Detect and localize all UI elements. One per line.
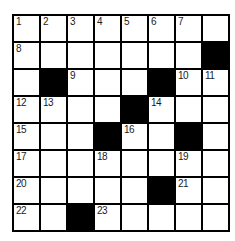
black-cell-r4c5 [122, 97, 147, 122]
cell-r7c8[interactable] [203, 178, 228, 203]
cell-r1c8[interactable] [203, 16, 228, 41]
cell-r6c1[interactable]: 17 [14, 151, 39, 176]
cell-r5c6[interactable] [149, 124, 174, 149]
cell-r6c3[interactable] [68, 151, 93, 176]
cell-r7c7[interactable]: 21 [176, 178, 201, 203]
cell-r7c2[interactable] [41, 178, 66, 203]
clue-number: 9 [70, 71, 75, 81]
crossword-board: 1234567891011121314151617181920212223 [12, 14, 230, 232]
clue-number: 16 [124, 125, 134, 135]
clue-number: 23 [97, 206, 107, 216]
cell-r3c3[interactable]: 9 [68, 70, 93, 95]
cell-r4c7[interactable] [176, 97, 201, 122]
cell-r8c5[interactable] [122, 205, 147, 230]
cell-r7c4[interactable] [95, 178, 120, 203]
black-cell-r2c8 [203, 43, 228, 68]
clue-number: 13 [43, 98, 53, 108]
clue-number: 17 [16, 152, 26, 162]
black-cell-r7c6 [149, 178, 174, 203]
cell-r3c7[interactable]: 10 [176, 70, 201, 95]
cell-r1c3[interactable]: 3 [68, 16, 93, 41]
cell-r4c3[interactable] [68, 97, 93, 122]
black-cell-r3c6 [149, 70, 174, 95]
cell-r4c1[interactable]: 12 [14, 97, 39, 122]
cell-r2c5[interactable] [122, 43, 147, 68]
cell-r3c1[interactable] [14, 70, 39, 95]
cell-r8c2[interactable] [41, 205, 66, 230]
cell-r8c1[interactable]: 22 [14, 205, 39, 230]
cell-r8c4[interactable]: 23 [95, 205, 120, 230]
cell-r4c2[interactable]: 13 [41, 97, 66, 122]
cell-r7c1[interactable]: 20 [14, 178, 39, 203]
clue-number: 19 [178, 152, 188, 162]
clue-number: 1 [16, 17, 21, 27]
black-cell-r5c4 [95, 124, 120, 149]
clue-number: 22 [16, 206, 26, 216]
cell-r1c5[interactable]: 5 [122, 16, 147, 41]
cell-r2c2[interactable] [41, 43, 66, 68]
cell-r1c4[interactable]: 4 [95, 16, 120, 41]
cell-r8c7[interactable] [176, 205, 201, 230]
cell-r6c2[interactable] [41, 151, 66, 176]
cell-r5c2[interactable] [41, 124, 66, 149]
cell-r4c4[interactable] [95, 97, 120, 122]
cell-r1c7[interactable]: 7 [176, 16, 201, 41]
clue-number: 4 [97, 17, 102, 27]
clue-number: 3 [70, 17, 75, 27]
clue-number: 15 [16, 125, 26, 135]
cell-r1c6[interactable]: 6 [149, 16, 174, 41]
cell-r6c7[interactable]: 19 [176, 151, 201, 176]
cell-r3c5[interactable] [122, 70, 147, 95]
cell-r2c7[interactable] [176, 43, 201, 68]
cell-r2c6[interactable] [149, 43, 174, 68]
cell-r4c8[interactable] [203, 97, 228, 122]
clue-number: 6 [151, 17, 156, 27]
clue-number: 21 [178, 179, 188, 189]
cell-r6c4[interactable]: 18 [95, 151, 120, 176]
cell-r2c3[interactable] [68, 43, 93, 68]
cell-r2c1[interactable]: 8 [14, 43, 39, 68]
cell-r1c1[interactable]: 1 [14, 16, 39, 41]
cell-r6c6[interactable] [149, 151, 174, 176]
black-cell-r8c3 [68, 205, 93, 230]
clue-number: 14 [151, 98, 161, 108]
cell-r7c3[interactable] [68, 178, 93, 203]
clue-number: 20 [16, 179, 26, 189]
black-cell-r5c7 [176, 124, 201, 149]
cell-r4c6[interactable]: 14 [149, 97, 174, 122]
cell-r8c8[interactable] [203, 205, 228, 230]
cell-r3c8[interactable]: 11 [203, 70, 228, 95]
cell-r8c6[interactable] [149, 205, 174, 230]
cell-r2c4[interactable] [95, 43, 120, 68]
clue-number: 10 [178, 71, 188, 81]
cell-r1c2[interactable]: 2 [41, 16, 66, 41]
cell-r7c5[interactable] [122, 178, 147, 203]
cell-r6c8[interactable] [203, 151, 228, 176]
clue-number: 7 [178, 17, 183, 27]
cell-r3c4[interactable] [95, 70, 120, 95]
clue-number: 8 [16, 44, 21, 54]
cell-r5c5[interactable]: 16 [122, 124, 147, 149]
clue-number: 18 [97, 152, 107, 162]
cell-r6c5[interactable] [122, 151, 147, 176]
clue-number: 12 [16, 98, 26, 108]
cell-r5c8[interactable] [203, 124, 228, 149]
clue-number: 11 [205, 71, 214, 81]
clue-number: 2 [43, 17, 48, 27]
clue-number: 5 [124, 17, 129, 27]
black-cell-r3c2 [41, 70, 66, 95]
cell-r5c3[interactable] [68, 124, 93, 149]
cell-r5c1[interactable]: 15 [14, 124, 39, 149]
